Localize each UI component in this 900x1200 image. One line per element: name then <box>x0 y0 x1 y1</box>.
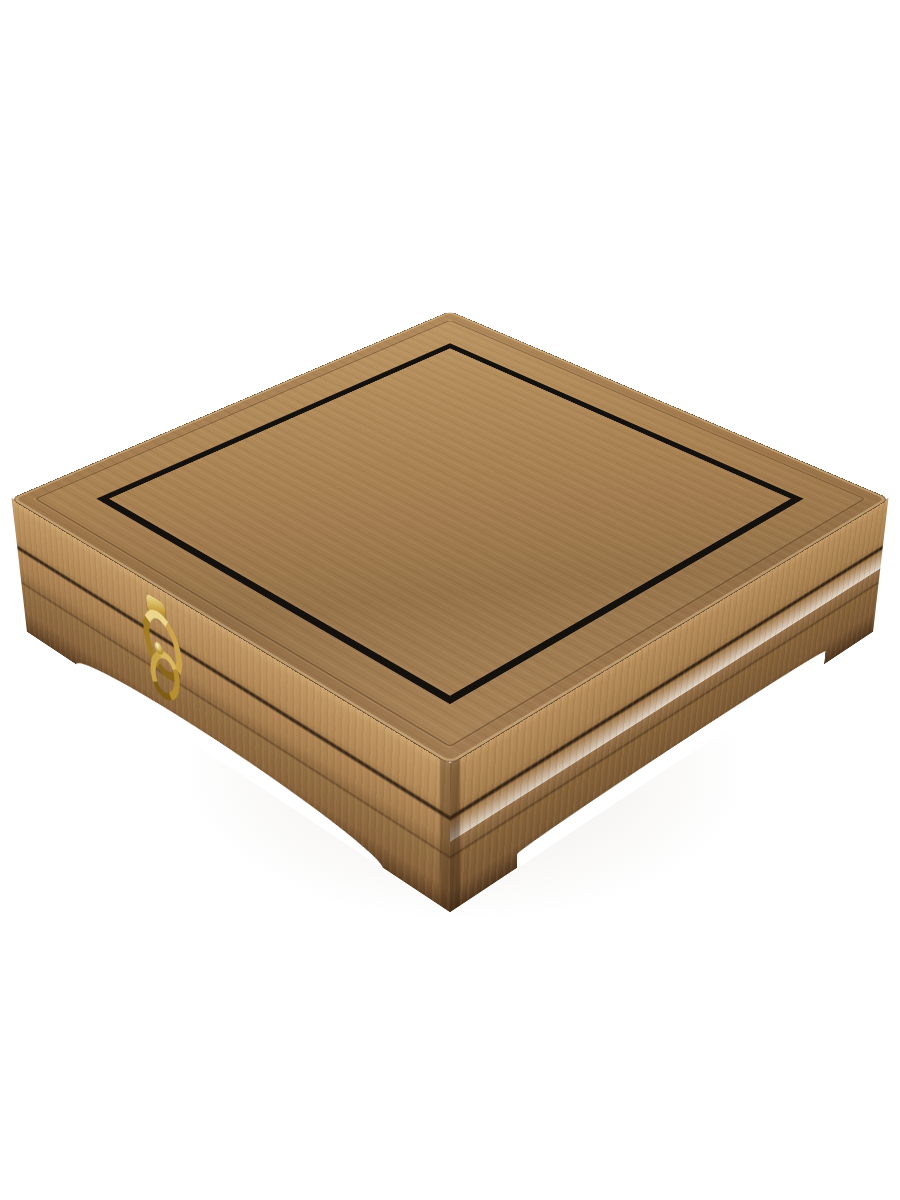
chess-set-product-photo <box>0 0 900 1200</box>
latch-clasp <box>137 587 180 705</box>
